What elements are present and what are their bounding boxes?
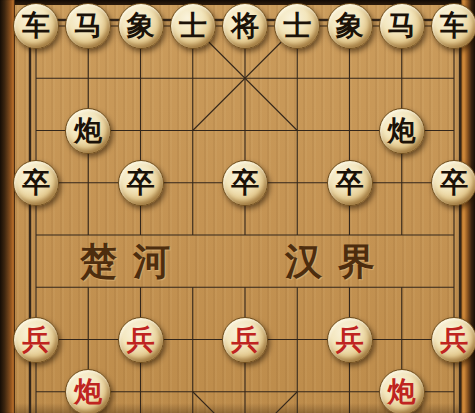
piece-black-soldier[interactable]: 卒 [222,160,268,206]
piece-red-soldier[interactable]: 兵 [327,317,373,363]
piece-black-cannon[interactable]: 炮 [65,108,111,154]
piece-black-cannon[interactable]: 炮 [379,108,425,154]
piece-black-soldier[interactable]: 卒 [327,160,373,206]
piece-black-advisor[interactable]: 士 [274,3,320,49]
piece-black-chariot[interactable]: 车 [13,3,59,49]
piece-black-soldier[interactable]: 卒 [431,160,475,206]
piece-red-soldier[interactable]: 兵 [13,317,59,363]
piece-black-chariot[interactable]: 车 [431,3,475,49]
piece-red-soldier[interactable]: 兵 [431,317,475,363]
piece-black-general[interactable]: 将 [222,3,268,49]
piece-red-cannon[interactable]: 炮 [379,369,425,413]
piece-black-soldier[interactable]: 卒 [118,160,164,206]
xiangqi-board: 楚河 汉界 车马象士将士象马车炮炮卒卒卒卒卒兵兵兵兵兵炮炮 [0,0,475,413]
piece-black-horse[interactable]: 马 [65,3,111,49]
piece-black-horse[interactable]: 马 [379,3,425,49]
piece-black-elephant[interactable]: 象 [327,3,373,49]
pieces-layer: 车马象士将士象马车炮炮卒卒卒卒卒兵兵兵兵兵炮炮 [0,0,475,413]
piece-red-cannon[interactable]: 炮 [65,369,111,413]
piece-red-soldier[interactable]: 兵 [118,317,164,363]
piece-red-soldier[interactable]: 兵 [222,317,268,363]
piece-black-elephant[interactable]: 象 [118,3,164,49]
piece-black-advisor[interactable]: 士 [170,3,216,49]
piece-black-soldier[interactable]: 卒 [13,160,59,206]
